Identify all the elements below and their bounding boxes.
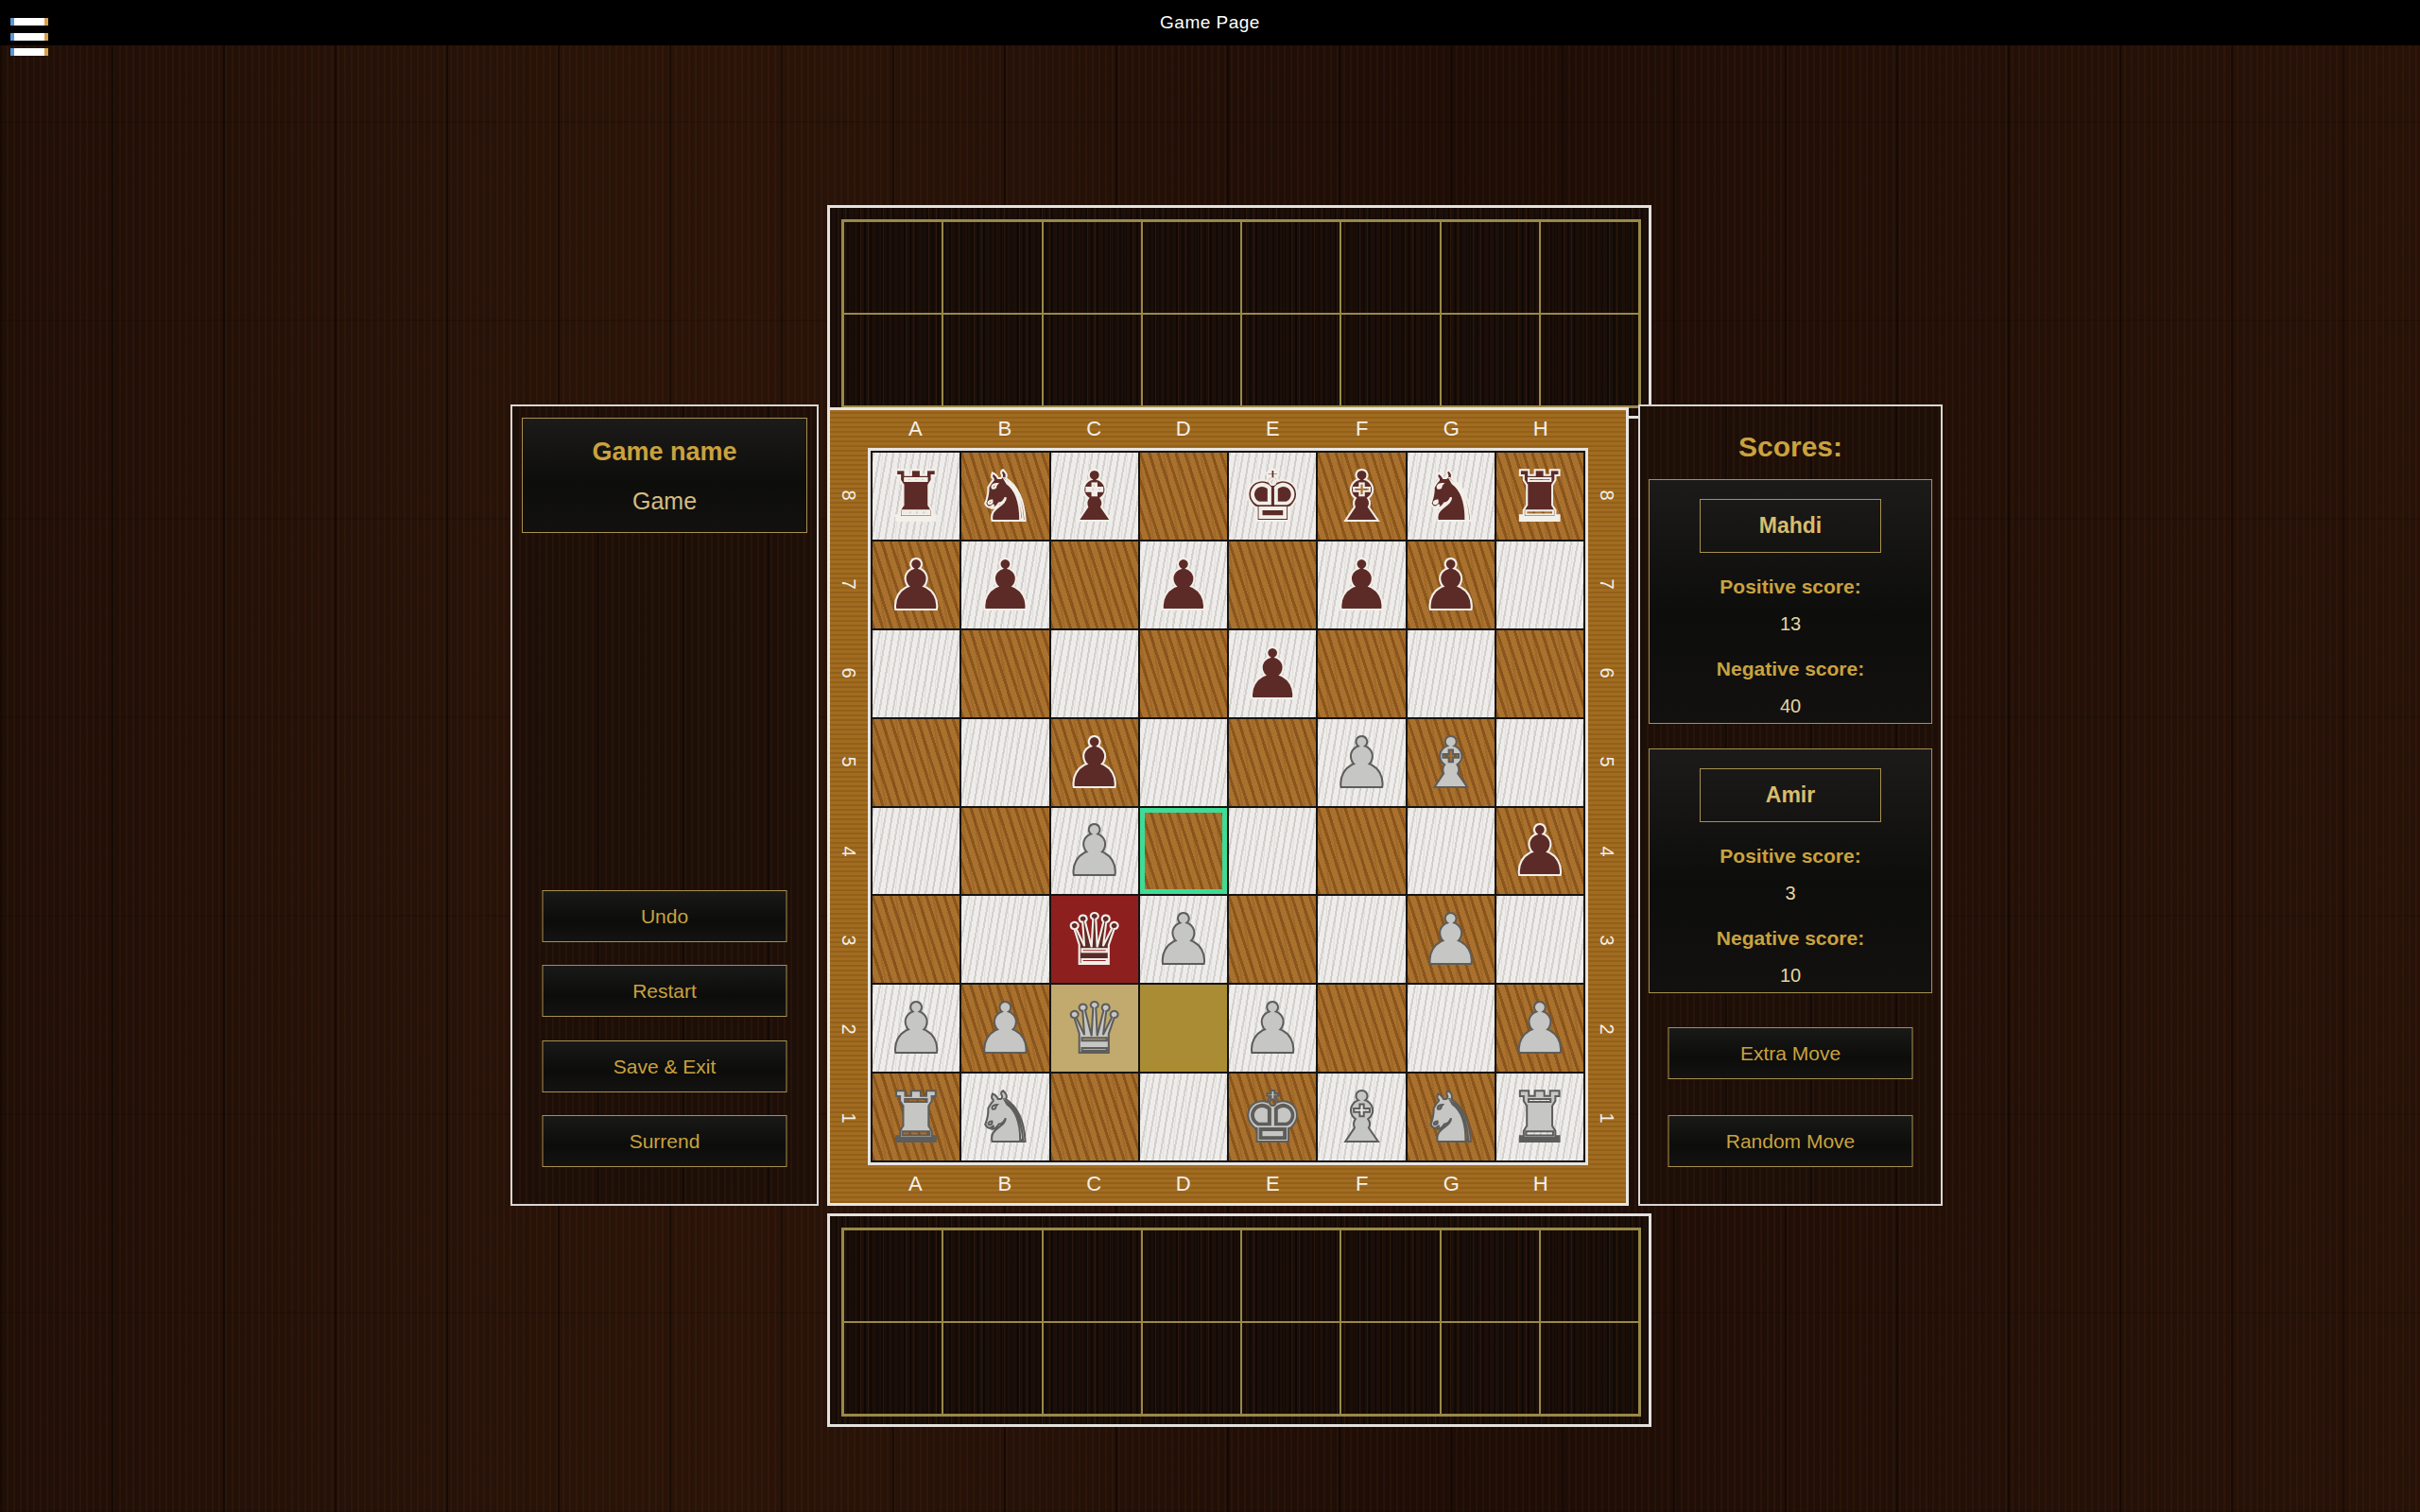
negative-score-value: 40	[1650, 696, 1931, 717]
tray-cell	[1142, 1229, 1241, 1322]
undo-button[interactable]: Undo	[543, 890, 787, 942]
square-e1[interactable]: ♚	[1229, 1074, 1316, 1160]
left-panel: Game name Game Undo Restart Save & Exit …	[510, 404, 819, 1206]
player-name: Mahdi	[1700, 499, 1881, 553]
tray-cell	[1241, 1229, 1340, 1322]
square-h4[interactable]: ♟	[1496, 808, 1583, 895]
square-d8[interactable]	[1140, 453, 1227, 540]
square-a7[interactable]: ♟	[873, 541, 959, 628]
coordinate-label: D	[1139, 410, 1229, 448]
coordinate-label: E	[1228, 1165, 1318, 1203]
square-f3[interactable]	[1318, 896, 1405, 983]
square-a5[interactable]	[873, 719, 959, 806]
restart-button[interactable]: Restart	[543, 965, 787, 1017]
piece-white-knight[interactable]: ♞	[974, 1082, 1036, 1152]
square-h2[interactable]: ♟	[1496, 985, 1583, 1072]
coordinate-label: H	[1496, 410, 1586, 448]
square-h3[interactable]	[1496, 896, 1583, 983]
piece-white-bishop[interactable]: ♝	[1419, 728, 1481, 798]
piece-white-rook[interactable]: ♜	[1509, 1082, 1571, 1152]
coordinate-label: F	[1318, 410, 1408, 448]
chess-board: ABCDEFGH ABCDEFGH 87654321 87654321 ♜♞♝♚…	[827, 407, 1629, 1206]
square-h1[interactable]: ♜	[1496, 1074, 1583, 1160]
square-c4[interactable]: ♟	[1051, 808, 1138, 895]
capture-tray-bottom	[827, 1213, 1651, 1427]
piece-black-pawn[interactable]: ♟	[974, 550, 1036, 620]
piece-white-queen[interactable]: ♛	[1063, 993, 1125, 1063]
tray-cell	[942, 1322, 1042, 1415]
negative-score-value: 10	[1650, 965, 1931, 987]
piece-white-knight[interactable]: ♞	[1419, 1082, 1481, 1152]
positive-score-label: Positive score:	[1650, 576, 1931, 598]
piece-white-pawn[interactable]: ♟	[1330, 728, 1392, 798]
piece-black-pawn[interactable]: ♟	[885, 550, 947, 620]
positive-score-value: 3	[1650, 883, 1931, 904]
square-e4[interactable]	[1229, 808, 1316, 895]
square-g8[interactable]: ♞	[1408, 453, 1495, 540]
square-h8[interactable]: ♜	[1496, 453, 1583, 540]
square-a1[interactable]: ♜	[873, 1074, 959, 1160]
tray-cell	[1441, 314, 1540, 406]
coordinate-label: G	[1407, 1165, 1496, 1203]
square-e5[interactable]	[1229, 719, 1316, 806]
piece-black-queen[interactable]: ♛	[1063, 904, 1125, 974]
square-b1[interactable]: ♞	[961, 1074, 1048, 1160]
square-d6[interactable]	[1140, 630, 1227, 717]
square-d5[interactable]	[1140, 719, 1227, 806]
capture-tray-top-grid	[841, 219, 1641, 408]
tray-cell	[1340, 221, 1440, 314]
piece-black-pawn[interactable]: ♟	[1241, 639, 1304, 709]
tray-cell	[1241, 314, 1340, 406]
piece-white-pawn[interactable]: ♟	[1509, 993, 1571, 1063]
piece-white-bishop[interactable]: ♝	[1330, 1082, 1392, 1152]
piece-black-knight[interactable]: ♞	[974, 461, 1036, 531]
square-g4[interactable]	[1408, 808, 1495, 895]
tray-cell	[843, 221, 942, 314]
square-a6[interactable]	[873, 630, 959, 717]
game-name-box: Game name Game	[522, 418, 807, 533]
square-c6[interactable]	[1051, 630, 1138, 717]
tray-cell	[1241, 221, 1340, 314]
square-c5[interactable]: ♟	[1051, 719, 1138, 806]
rank-labels-left: 87654321	[830, 451, 868, 1162]
extra-move-button[interactable]: Extra Move	[1668, 1027, 1913, 1079]
random-move-button[interactable]: Random Move	[1668, 1115, 1913, 1167]
tray-cell	[1441, 1229, 1540, 1322]
capture-tray-bottom-grid	[841, 1228, 1641, 1417]
coordinate-label: C	[1049, 1165, 1139, 1203]
square-c2[interactable]: ♛	[1051, 985, 1138, 1072]
square-a8[interactable]: ♜	[873, 453, 959, 540]
capture-tray-top	[827, 205, 1651, 419]
tray-cell	[1540, 1229, 1639, 1322]
negative-score-label: Negative score:	[1650, 927, 1931, 950]
piece-black-knight[interactable]: ♞	[1419, 461, 1481, 531]
square-e8[interactable]: ♚	[1229, 453, 1316, 540]
coordinate-label: A	[871, 410, 960, 448]
piece-white-pawn[interactable]: ♟	[1419, 904, 1481, 974]
top-bar: Game Page	[0, 0, 2420, 45]
piece-black-rook[interactable]: ♜	[885, 461, 947, 531]
square-d3[interactable]: ♟	[1140, 896, 1227, 983]
square-f8[interactable]: ♝	[1318, 453, 1405, 540]
tray-cell	[843, 1322, 942, 1415]
square-g2[interactable]	[1408, 985, 1495, 1072]
square-b7[interactable]: ♟	[961, 541, 1048, 628]
player-card-mahdi: Mahdi Positive score: 13 Negative score:…	[1649, 479, 1932, 724]
tray-cell	[1540, 314, 1639, 406]
game-page: Game Page Game name Game Undo Restart Sa…	[0, 0, 2420, 1512]
piece-white-pawn[interactable]: ♟	[974, 993, 1036, 1063]
piece-white-pawn[interactable]: ♟	[1241, 993, 1304, 1063]
piece-black-pawn[interactable]: ♟	[1330, 550, 1392, 620]
tray-cell	[1241, 1322, 1340, 1415]
square-h7[interactable]	[1496, 541, 1583, 628]
piece-black-bishop[interactable]: ♝	[1330, 461, 1392, 531]
piece-white-pawn[interactable]: ♟	[1152, 904, 1215, 974]
square-b8[interactable]: ♞	[961, 453, 1048, 540]
coordinate-label: B	[960, 1165, 1050, 1203]
piece-black-pawn[interactable]: ♟	[1509, 816, 1571, 885]
tray-cell	[1142, 314, 1241, 406]
piece-white-rook[interactable]: ♜	[885, 1082, 947, 1152]
piece-black-pawn[interactable]: ♟	[1419, 550, 1481, 620]
tray-cell	[1043, 1322, 1142, 1415]
scores-title: Scores:	[1640, 431, 1941, 463]
square-f4[interactable]	[1318, 808, 1405, 895]
save-exit-button[interactable]: Save & Exit	[543, 1040, 787, 1092]
tray-cell	[942, 314, 1042, 406]
file-labels-top: ABCDEFGH	[871, 410, 1585, 448]
square-f1[interactable]: ♝	[1318, 1074, 1405, 1160]
tray-cell	[1340, 1322, 1440, 1415]
tray-cell	[942, 1229, 1042, 1322]
square-e2[interactable]: ♟	[1229, 985, 1316, 1072]
square-d2[interactable]	[1140, 985, 1227, 1072]
coordinate-label: E	[1228, 410, 1318, 448]
tray-cell	[942, 221, 1042, 314]
square-f6[interactable]	[1318, 630, 1405, 717]
square-b5[interactable]	[961, 719, 1048, 806]
piece-black-rook[interactable]: ♜	[1509, 461, 1571, 531]
coordinate-label: C	[1049, 410, 1139, 448]
piece-white-pawn[interactable]: ♟	[1063, 816, 1125, 885]
square-f2[interactable]	[1318, 985, 1405, 1072]
player-card-amir: Amir Positive score: 3 Negative score: 1…	[1649, 748, 1932, 993]
square-d7[interactable]: ♟	[1140, 541, 1227, 628]
square-a3[interactable]	[873, 896, 959, 983]
piece-white-pawn[interactable]: ♟	[885, 993, 947, 1063]
negative-score-label: Negative score:	[1650, 658, 1931, 680]
square-e3[interactable]	[1229, 896, 1316, 983]
tray-cell	[1043, 314, 1142, 406]
coordinate-label: A	[871, 1165, 960, 1203]
square-e7[interactable]	[1229, 541, 1316, 628]
square-c1[interactable]	[1051, 1074, 1138, 1160]
board-squares: ♜♞♝♚♝♞♜♟♟♟♟♟♟♟♟♝♟♟♛♟♟♟♟♛♟♟♜♞♚♝♞♜	[868, 448, 1588, 1165]
square-e6[interactable]: ♟	[1229, 630, 1316, 717]
square-f5[interactable]: ♟	[1318, 719, 1405, 806]
square-g1[interactable]: ♞	[1408, 1074, 1495, 1160]
square-d4[interactable]	[1140, 808, 1227, 895]
piece-black-pawn[interactable]: ♟	[1152, 550, 1215, 620]
coordinate-label: D	[1139, 1165, 1229, 1203]
positive-score-value: 13	[1650, 613, 1931, 635]
square-g3[interactable]: ♟	[1408, 896, 1495, 983]
piece-white-king[interactable]: ♚	[1241, 1082, 1304, 1152]
tray-cell	[1441, 221, 1540, 314]
square-a4[interactable]	[873, 808, 959, 895]
square-b2[interactable]: ♟	[961, 985, 1048, 1072]
piece-black-king[interactable]: ♚	[1241, 461, 1304, 531]
game-name-value: Game	[523, 488, 806, 515]
square-a2[interactable]: ♟	[873, 985, 959, 1072]
surrender-button[interactable]: Surrend	[543, 1115, 787, 1167]
tray-cell	[1340, 1229, 1440, 1322]
rank-labels-right: 87654321	[1588, 451, 1626, 1162]
player-name: Amir	[1700, 768, 1881, 822]
page-title: Game Page	[0, 0, 2420, 45]
file-labels-bottom: ABCDEFGH	[871, 1165, 1585, 1203]
square-d1[interactable]	[1140, 1074, 1227, 1160]
tray-cell	[1441, 1322, 1540, 1415]
square-b3[interactable]	[961, 896, 1048, 983]
square-b6[interactable]	[961, 630, 1048, 717]
square-c3[interactable]: ♛	[1051, 896, 1138, 983]
square-b4[interactable]	[961, 808, 1048, 895]
coordinate-label: B	[960, 410, 1050, 448]
square-c8[interactable]: ♝	[1051, 453, 1138, 540]
tray-cell	[1142, 221, 1241, 314]
square-g6[interactable]	[1408, 630, 1495, 717]
right-panel: Scores: Mahdi Positive score: 13 Negativ…	[1638, 404, 1943, 1206]
piece-black-bishop[interactable]: ♝	[1063, 461, 1125, 531]
square-f7[interactable]: ♟	[1318, 541, 1405, 628]
tray-cell	[1340, 314, 1440, 406]
tray-cell	[1043, 1229, 1142, 1322]
square-g7[interactable]: ♟	[1408, 541, 1495, 628]
game-name-label: Game name	[523, 438, 806, 467]
square-c7[interactable]	[1051, 541, 1138, 628]
square-g5[interactable]: ♝	[1408, 719, 1495, 806]
tray-cell	[1043, 221, 1142, 314]
tray-cell	[1540, 1322, 1639, 1415]
tray-cell	[1540, 221, 1639, 314]
coordinate-label: G	[1407, 410, 1496, 448]
coordinate-label: H	[1496, 1165, 1586, 1203]
square-h6[interactable]	[1496, 630, 1583, 717]
square-h5[interactable]	[1496, 719, 1583, 806]
tray-cell	[1142, 1322, 1241, 1415]
piece-black-pawn[interactable]: ♟	[1063, 728, 1125, 798]
tray-cell	[843, 314, 942, 406]
tray-cell	[843, 1229, 942, 1322]
coordinate-label: F	[1318, 1165, 1408, 1203]
positive-score-label: Positive score:	[1650, 845, 1931, 868]
